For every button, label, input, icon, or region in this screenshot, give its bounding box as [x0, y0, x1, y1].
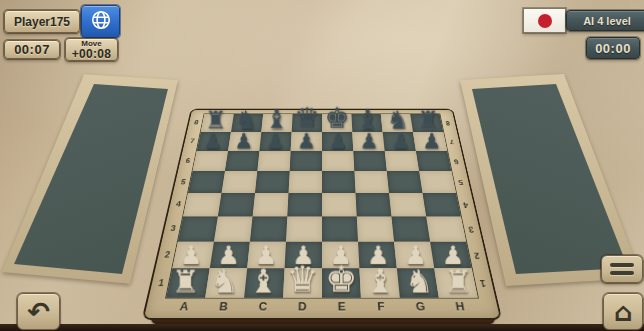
square-d1[interactable]: ♛ — [283, 268, 322, 297]
globe-icon — [90, 9, 112, 35]
white-clock: 00:07 — [4, 40, 60, 59]
square-e6[interactable] — [322, 151, 354, 171]
square-e4[interactable] — [322, 193, 357, 216]
piece-white-queen[interactable]: ♛ — [283, 262, 322, 298]
piece-black-pawn[interactable]: ♟ — [353, 130, 384, 151]
square-g6[interactable] — [385, 151, 419, 171]
piece-white-bishop[interactable]: ♝ — [361, 265, 400, 298]
black-clock: 00:00 — [586, 37, 640, 59]
move-timer: Move +00:08 — [65, 38, 118, 61]
board-3d: ♜♞♝♛♚♝♞♜♟♟♟♟♟♟♟♟♟♟♟♟♟♟♟♟♜♞♝♛♚♝♞♜ ABCDEFG… — [144, 110, 500, 318]
square-h5[interactable] — [419, 171, 456, 193]
square-a1[interactable]: ♜ — [166, 268, 210, 297]
square-c7[interactable]: ♟ — [259, 132, 291, 151]
black-clock-value: 00:00 — [595, 41, 631, 56]
square-b7[interactable]: ♟ — [228, 132, 261, 151]
square-f1[interactable]: ♝ — [359, 268, 399, 297]
square-h3[interactable] — [426, 216, 466, 241]
square-b3[interactable] — [214, 216, 253, 241]
square-a4[interactable] — [183, 193, 221, 216]
piece-white-rook[interactable]: ♜ — [439, 266, 478, 297]
square-e3[interactable] — [322, 216, 358, 241]
square-a7[interactable]: ♟ — [197, 132, 231, 151]
piece-black-pawn[interactable]: ♟ — [291, 130, 322, 151]
undo-icon: ↶ — [27, 296, 50, 327]
square-h1[interactable]: ♜ — [434, 268, 478, 297]
home-icon: ⌂ — [614, 299, 633, 325]
player-name: Player175 — [14, 15, 70, 29]
undo-button[interactable]: ↶ — [17, 293, 60, 330]
piece-black-pawn[interactable]: ♟ — [416, 130, 447, 151]
bottom-bar — [0, 324, 644, 331]
opponent-flag — [523, 8, 566, 33]
square-g4[interactable] — [389, 193, 426, 216]
piece-black-pawn[interactable]: ♟ — [385, 130, 416, 151]
square-c3[interactable] — [250, 216, 287, 241]
square-e7[interactable]: ♟ — [322, 132, 353, 151]
piece-white-rook[interactable]: ♜ — [166, 266, 205, 297]
move-timer-value: +00:08 — [72, 48, 112, 60]
square-b5[interactable] — [222, 171, 258, 193]
square-g5[interactable] — [387, 171, 423, 193]
square-g7[interactable]: ♟ — [383, 132, 416, 151]
piece-white-knight[interactable]: ♞ — [205, 266, 244, 298]
square-b1[interactable]: ♞ — [205, 268, 247, 297]
square-a6[interactable] — [193, 151, 229, 171]
square-b4[interactable] — [218, 193, 255, 216]
square-g3[interactable] — [391, 216, 430, 241]
piece-white-bishop[interactable]: ♝ — [244, 265, 283, 298]
square-f5[interactable] — [354, 171, 389, 193]
chess-board: ♜♞♝♛♚♝♞♜♟♟♟♟♟♟♟♟♟♟♟♟♟♟♟♟♜♞♝♛♚♝♞♜ ABCDEFG… — [144, 18, 500, 318]
piece-white-knight[interactable]: ♞ — [400, 266, 439, 298]
player-name-box: Player175 — [4, 10, 80, 33]
square-c6[interactable] — [257, 151, 290, 171]
piece-black-pawn[interactable]: ♟ — [259, 130, 290, 151]
square-a5[interactable] — [188, 171, 225, 193]
square-f7[interactable]: ♟ — [352, 132, 384, 151]
square-d6[interactable] — [290, 151, 322, 171]
board-squares: ♜♞♝♛♚♝♞♜♟♟♟♟♟♟♟♟♟♟♟♟♟♟♟♟♜♞♝♛♚♝♞♜ — [166, 114, 478, 298]
square-f6[interactable] — [353, 151, 386, 171]
opponent-name-box: AI 4 level — [566, 10, 644, 31]
square-c4[interactable] — [253, 193, 289, 216]
menu-icon — [610, 271, 634, 275]
piece-black-pawn[interactable]: ♟ — [228, 130, 259, 151]
square-g1[interactable]: ♞ — [397, 268, 439, 297]
square-e5[interactable] — [322, 171, 355, 193]
square-f3[interactable] — [357, 216, 394, 241]
square-h6[interactable] — [416, 151, 452, 171]
online-globe-button[interactable] — [81, 5, 120, 38]
square-d4[interactable] — [287, 193, 322, 216]
square-a3[interactable] — [178, 216, 218, 241]
piece-white-king[interactable]: ♚ — [322, 262, 361, 298]
square-h7[interactable]: ♟ — [413, 132, 447, 151]
square-c1[interactable]: ♝ — [244, 268, 284, 297]
square-c5[interactable] — [255, 171, 290, 193]
piece-black-pawn[interactable]: ♟ — [322, 130, 353, 151]
square-h4[interactable] — [422, 193, 460, 216]
opponent-name: AI 4 level — [583, 15, 631, 27]
square-b6[interactable] — [225, 151, 259, 171]
japan-flag-icon — [538, 14, 552, 28]
white-clock-value: 00:07 — [14, 42, 50, 57]
game-screen: ♜♞♝♛♚♝♞♜♟♟♟♟♟♟♟♟♟♟♟♟♟♟♟♟♜♞♝♛♚♝♞♜ ABCDEFG… — [0, 0, 644, 331]
menu-button[interactable] — [601, 255, 643, 283]
square-f4[interactable] — [355, 193, 391, 216]
piece-black-pawn[interactable]: ♟ — [197, 130, 228, 151]
square-d7[interactable]: ♟ — [291, 132, 322, 151]
square-d5[interactable] — [289, 171, 322, 193]
square-e1[interactable]: ♚ — [322, 268, 361, 297]
home-button[interactable]: ⌂ — [603, 293, 643, 330]
menu-icon — [610, 263, 634, 267]
square-d3[interactable] — [286, 216, 322, 241]
